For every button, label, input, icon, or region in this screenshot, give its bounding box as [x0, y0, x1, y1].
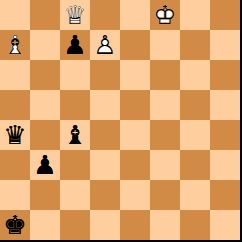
black-bishop-glyph-outline: ♗ — [60, 120, 90, 150]
square-a7[interactable]: ♝♗ — [0, 30, 30, 60]
square-a1[interactable]: ♚♔ — [0, 210, 30, 240]
square-g1[interactable] — [180, 210, 210, 240]
square-b2[interactable] — [30, 180, 60, 210]
square-e4[interactable] — [120, 120, 150, 150]
square-f3[interactable] — [150, 150, 180, 180]
black-pawn: ♟♙ — [60, 30, 90, 60]
square-f6[interactable] — [150, 60, 180, 90]
square-a2[interactable] — [0, 180, 30, 210]
square-c6[interactable] — [60, 60, 90, 90]
square-e3[interactable] — [120, 150, 150, 180]
square-h1[interactable] — [210, 210, 240, 240]
black-queen: ♛♕ — [0, 120, 30, 150]
square-g2[interactable] — [180, 180, 210, 210]
square-f5[interactable] — [150, 90, 180, 120]
white-pawn: ♟♙ — [90, 30, 120, 60]
square-c2[interactable] — [60, 180, 90, 210]
square-d6[interactable] — [90, 60, 120, 90]
square-h6[interactable] — [210, 60, 240, 90]
square-e2[interactable] — [120, 180, 150, 210]
square-f4[interactable] — [150, 120, 180, 150]
black-queen-glyph-outline: ♕ — [0, 120, 30, 150]
black-bishop: ♝♗ — [60, 120, 90, 150]
square-e5[interactable] — [120, 90, 150, 120]
square-f7[interactable] — [150, 30, 180, 60]
square-g7[interactable] — [180, 30, 210, 60]
square-d4[interactable] — [90, 120, 120, 150]
square-c1[interactable] — [60, 210, 90, 240]
square-b3[interactable]: ♟♙ — [30, 150, 60, 180]
square-e1[interactable] — [120, 210, 150, 240]
square-h3[interactable] — [210, 150, 240, 180]
square-b6[interactable] — [30, 60, 60, 90]
square-b1[interactable] — [30, 210, 60, 240]
square-a5[interactable] — [0, 90, 30, 120]
square-g3[interactable] — [180, 150, 210, 180]
square-g5[interactable] — [180, 90, 210, 120]
square-g6[interactable] — [180, 60, 210, 90]
square-a3[interactable] — [0, 150, 30, 180]
square-b4[interactable] — [30, 120, 60, 150]
square-g8[interactable] — [180, 0, 210, 30]
square-b8[interactable] — [30, 0, 60, 30]
square-c5[interactable] — [60, 90, 90, 120]
square-d8[interactable] — [90, 0, 120, 30]
square-h5[interactable] — [210, 90, 240, 120]
square-h2[interactable] — [210, 180, 240, 210]
square-d2[interactable] — [90, 180, 120, 210]
square-a6[interactable] — [0, 60, 30, 90]
black-pawn: ♟♙ — [30, 150, 60, 180]
square-c4[interactable]: ♝♗ — [60, 120, 90, 150]
square-b7[interactable] — [30, 30, 60, 60]
black-pawn-glyph-outline: ♙ — [60, 30, 90, 60]
square-e8[interactable] — [120, 0, 150, 30]
square-d3[interactable] — [90, 150, 120, 180]
square-a8[interactable] — [0, 0, 30, 30]
square-h7[interactable] — [210, 30, 240, 60]
white-pawn-glyph-outline: ♙ — [90, 30, 120, 60]
white-bishop-glyph-outline: ♗ — [0, 30, 30, 60]
square-c8[interactable]: ♛♕ — [60, 0, 90, 30]
square-b5[interactable] — [30, 90, 60, 120]
square-g4[interactable] — [180, 120, 210, 150]
square-f1[interactable] — [150, 210, 180, 240]
square-a4[interactable]: ♛♕ — [0, 120, 30, 150]
square-d5[interactable] — [90, 90, 120, 120]
square-h4[interactable] — [210, 120, 240, 150]
board-grid: ♛♕♚♔♝♗♟♙♟♙♛♕♝♗♟♙♚♔ — [0, 0, 240, 240]
square-h8[interactable] — [210, 0, 240, 30]
black-king-glyph-outline: ♔ — [0, 210, 30, 240]
square-f2[interactable] — [150, 180, 180, 210]
white-king-glyph-outline: ♔ — [150, 0, 180, 30]
square-d7[interactable]: ♟♙ — [90, 30, 120, 60]
square-c7[interactable]: ♟♙ — [60, 30, 90, 60]
square-d1[interactable] — [90, 210, 120, 240]
white-queen: ♛♕ — [60, 0, 90, 30]
black-king: ♚♔ — [0, 210, 30, 240]
square-e6[interactable] — [120, 60, 150, 90]
square-f8[interactable]: ♚♔ — [150, 0, 180, 30]
white-bishop: ♝♗ — [0, 30, 30, 60]
white-king: ♚♔ — [150, 0, 180, 30]
black-pawn-glyph-outline: ♙ — [30, 150, 60, 180]
chess-board: ♛♕♚♔♝♗♟♙♟♙♛♕♝♗♟♙♚♔ — [0, 0, 242, 242]
white-queen-glyph-outline: ♕ — [60, 0, 90, 30]
square-c3[interactable] — [60, 150, 90, 180]
square-e7[interactable] — [120, 30, 150, 60]
